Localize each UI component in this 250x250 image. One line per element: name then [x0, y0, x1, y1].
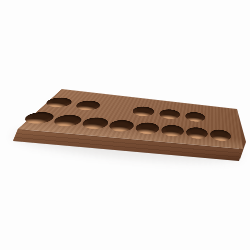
product-photo-canvas: [0, 0, 250, 250]
pit-back-4[interactable]: [131, 106, 156, 118]
pit-front-1[interactable]: [20, 111, 58, 125]
pit-front-4[interactable]: [107, 119, 137, 133]
pit-back-1[interactable]: [42, 97, 75, 109]
pit-back-6[interactable]: [185, 111, 206, 122]
pit-front-5[interactable]: [134, 122, 161, 135]
pit-back-2[interactable]: [73, 100, 103, 112]
pit-front-2[interactable]: [50, 114, 85, 128]
pit-front-8[interactable]: [210, 129, 232, 142]
pit-front-3[interactable]: [79, 116, 111, 130]
pit-back-5[interactable]: [158, 108, 181, 119]
pit-front-6[interactable]: [160, 124, 185, 137]
pit-front-7[interactable]: [185, 126, 208, 139]
